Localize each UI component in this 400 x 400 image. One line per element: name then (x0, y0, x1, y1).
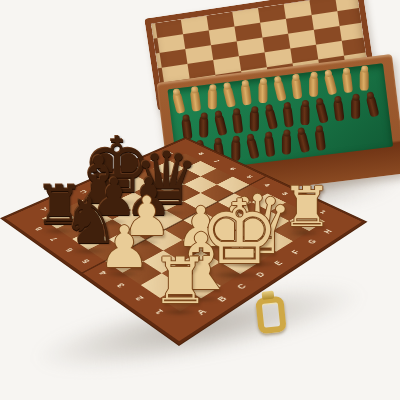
stored-piece-knob (190, 86, 198, 94)
stored-light-piece (309, 75, 318, 97)
rank-label-text: 5 (244, 174, 254, 179)
stored-piece-knob (292, 74, 300, 82)
stored-piece-knob (310, 72, 317, 79)
file-label-text: D (97, 181, 108, 186)
rank-label-text: 2 (133, 294, 146, 302)
rank-label-text: 8 (196, 151, 205, 155)
stored-piece-knob (315, 98, 323, 106)
file-label-text: D (254, 271, 267, 279)
stored-dark-piece (314, 128, 326, 151)
stored-piece-knob (342, 67, 350, 75)
stored-light-piece (360, 69, 369, 91)
rank-label-text: 1 (152, 307, 165, 315)
rank-label-text: 4 (96, 269, 108, 276)
stored-light-piece (323, 72, 337, 96)
stored-piece-knob (241, 80, 249, 88)
file-label-text: E (272, 259, 285, 266)
rank-label-text: 8 (33, 226, 44, 232)
clasp-pin (262, 291, 275, 300)
file-label-text: F (132, 165, 142, 170)
rank-label-text: 6 (63, 247, 75, 253)
stored-dark-piece (333, 98, 345, 121)
stored-dark-piece (351, 97, 360, 119)
stored-piece-knob (352, 94, 359, 101)
rank-label-text: 7 (48, 236, 60, 242)
stored-piece-knob (259, 78, 266, 85)
board-brass-clasp-icon (255, 296, 287, 335)
stored-piece-knob (209, 84, 216, 91)
stored-piece-knob (315, 125, 323, 133)
rank-label-text: 5 (79, 258, 91, 265)
rank-label-text: 6 (228, 166, 237, 171)
file-label-text: A (39, 206, 50, 212)
file-label-text: G (148, 158, 158, 163)
stored-piece-knob (361, 66, 368, 73)
stored-dark-piece (365, 94, 379, 118)
file-label-text: A (195, 308, 209, 317)
rank-label-text: 1 (318, 209, 328, 215)
rank-label-text: 7 (212, 159, 221, 163)
file-label-text: F (289, 249, 301, 256)
stored-piece-knob (324, 69, 332, 77)
file-label-text: H (165, 151, 175, 156)
file-label-text: G (305, 238, 318, 245)
stored-piece-knob (273, 75, 281, 83)
file-label-text: B (59, 197, 70, 203)
rank-label-text: 4 (262, 182, 272, 187)
file-label-text: B (215, 295, 229, 304)
stored-piece-knob (334, 96, 342, 104)
stored-piece-knob (366, 91, 374, 99)
file-label-text: C (78, 189, 89, 195)
file-label-text: E (115, 173, 125, 178)
rank-label-text: 2 (298, 200, 308, 205)
stored-light-piece (342, 70, 354, 93)
rank-label-text: 3 (114, 281, 126, 288)
board-grid: ABCDEFGH8877665544332211ABCDEFGH (5, 139, 361, 341)
stored-dark-piece (315, 100, 329, 124)
file-label-text: H (322, 228, 334, 235)
stored-piece-knob (222, 82, 230, 90)
rank-label-text: 3 (280, 191, 290, 196)
file-label-text: C (235, 282, 248, 290)
